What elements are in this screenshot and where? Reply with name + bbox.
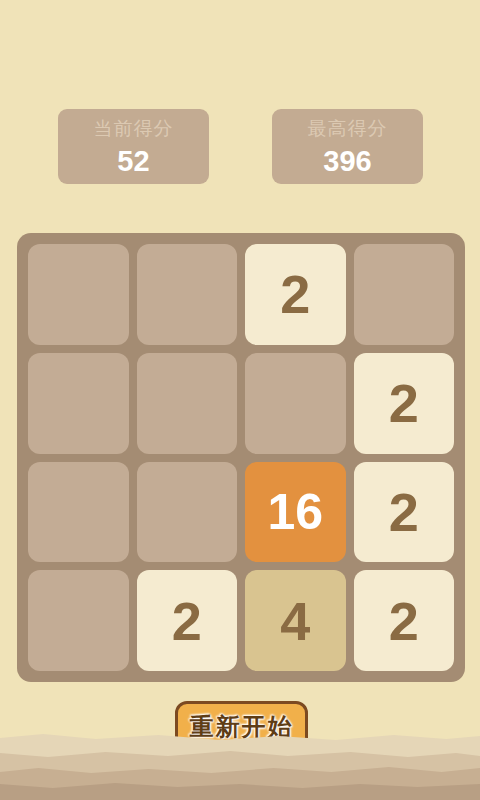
best-score-value: 396 xyxy=(323,145,371,178)
board-cell-r0c3 xyxy=(354,244,455,345)
board-cell-r3c1: 2 xyxy=(137,570,238,671)
board-cell-r3c2: 4 xyxy=(245,570,346,671)
board-cell-r1c3: 2 xyxy=(354,353,455,454)
board-cell-r3c3: 2 xyxy=(354,570,455,671)
best-score-panel: 最高得分 396 xyxy=(272,109,423,184)
current-score-label: 当前得分 xyxy=(94,116,174,142)
board-cell-r2c2: 16 xyxy=(245,462,346,563)
board-cell-r0c2: 2 xyxy=(245,244,346,345)
board[interactable]: 2 2 16 2 2 4 2 xyxy=(17,233,465,682)
board-cell-r3c0 xyxy=(28,570,129,671)
best-score-label: 最高得分 xyxy=(308,116,388,142)
board-cell-r1c0 xyxy=(28,353,129,454)
board-cell-r0c0 xyxy=(28,244,129,345)
board-cell-r2c0 xyxy=(28,462,129,563)
board-cell-r1c2 xyxy=(245,353,346,454)
board-cell-r0c1 xyxy=(137,244,238,345)
board-cell-r2c3: 2 xyxy=(354,462,455,563)
board-cell-r1c1 xyxy=(137,353,238,454)
current-score-panel: 当前得分 52 xyxy=(58,109,209,184)
game-screen: 当前得分 52 最高得分 396 2 2 16 2 2 4 2 重新开始 xyxy=(0,0,480,800)
current-score-value: 52 xyxy=(117,145,149,178)
board-cell-r2c1 xyxy=(137,462,238,563)
